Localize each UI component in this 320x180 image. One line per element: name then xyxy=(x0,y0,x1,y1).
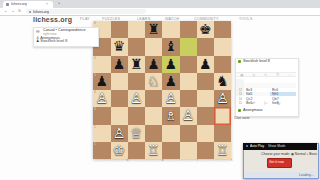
square-g3[interactable] xyxy=(197,107,214,124)
black-pawn-piece: ♟ xyxy=(145,56,162,73)
move-row: 15Be6fxe6 xyxy=(236,92,297,96)
square-e5[interactable]: ♟ xyxy=(162,73,179,90)
url-text: lichess.org xyxy=(33,10,49,14)
resign-button[interactable]: ⚐ xyxy=(264,100,268,106)
square-b8[interactable] xyxy=(111,21,128,38)
nav-tools[interactable]: TOOLS xyxy=(239,17,252,21)
square-f4[interactable] xyxy=(180,90,197,107)
square-c8[interactable] xyxy=(128,21,145,38)
reload-icon[interactable]: ↻ xyxy=(18,9,21,13)
tab-title: lichess.org xyxy=(11,2,27,6)
square-d1[interactable]: ♖d xyxy=(145,142,162,159)
coord-file-h: h xyxy=(231,158,233,161)
white-pawn-piece: ♙ xyxy=(162,90,179,107)
square-b7[interactable]: ♛ xyxy=(111,38,128,55)
white-rook-piece: ♖ xyxy=(214,142,231,159)
board-icon[interactable]: ▦ xyxy=(240,73,243,77)
more-icon[interactable]: ⋯ xyxy=(289,73,292,77)
square-f7[interactable] xyxy=(180,38,197,55)
square-c5[interactable] xyxy=(128,73,145,90)
white-king-piece: ♔ xyxy=(111,142,128,159)
coord-rank-3: 3 xyxy=(94,107,96,110)
black-rook-piece: ♜ xyxy=(128,56,145,73)
move-list: 12Be3Rc613Nd5Nh514Qc2Qb715Be6fxe6 xyxy=(236,79,297,96)
square-f6[interactable] xyxy=(180,56,197,73)
square-f2[interactable] xyxy=(180,125,197,142)
takeback-button[interactable]: ↶ xyxy=(252,100,256,106)
popup-title-left: Auto Play xyxy=(250,144,264,148)
square-f8[interactable] xyxy=(180,21,197,38)
game-controls: ↶⚐↻ xyxy=(236,100,297,107)
square-d2[interactable] xyxy=(145,125,162,142)
coord-rank-1: 1 xyxy=(94,142,96,145)
black-knight-piece: ♞ xyxy=(214,73,231,90)
square-e6[interactable]: ♟ xyxy=(162,56,179,73)
white-pawn-piece: ♙ xyxy=(180,107,197,124)
white-pawn-piece: ♙ xyxy=(93,90,110,107)
nav-play[interactable]: PLAY xyxy=(80,17,90,21)
white-queen-piece: ♕ xyxy=(128,125,145,142)
moves-header: ▦◷✎☰⋯ xyxy=(236,72,297,77)
square-e4[interactable]: ♙ xyxy=(162,90,179,107)
online-dot xyxy=(238,60,241,63)
popup-mode-radios[interactable]: Choose your mode: ◉ Normal ○ Basic xyxy=(261,152,298,156)
tab-favicon-icon xyxy=(6,3,9,6)
square-h6[interactable] xyxy=(214,56,231,73)
square-a6[interactable]: 6 xyxy=(93,56,110,73)
online-dot xyxy=(238,109,241,112)
square-c3[interactable] xyxy=(128,107,145,124)
game-meta-time: right now xyxy=(43,32,56,36)
square-e8[interactable] xyxy=(162,21,179,38)
square-d4[interactable] xyxy=(145,90,162,107)
black-pawn-piece: ♟ xyxy=(93,73,110,90)
forward-icon[interactable]: → xyxy=(11,9,15,13)
square-b6[interactable]: ♟ xyxy=(111,56,128,73)
square-h8[interactable] xyxy=(214,21,231,38)
square-g7[interactable] xyxy=(197,38,214,55)
square-h3[interactable] xyxy=(214,107,231,124)
square-g4[interactable] xyxy=(197,90,214,107)
square-e1[interactable]: e xyxy=(162,142,179,159)
lock-icon xyxy=(29,11,31,13)
square-h1[interactable]: ♖h xyxy=(214,142,231,159)
back-icon[interactable]: ← xyxy=(4,9,8,13)
square-b5[interactable] xyxy=(111,73,128,90)
square-c2[interactable]: ♕ xyxy=(128,125,145,142)
square-f5[interactable] xyxy=(180,73,197,90)
lichess-logo[interactable]: lichess.org xyxy=(33,16,72,23)
square-a2[interactable]: 2 xyxy=(93,125,110,142)
square-d6[interactable]: ♟ xyxy=(145,56,162,73)
coord-rank-2: 2 xyxy=(94,125,96,128)
coord-rank-6: 6 xyxy=(94,56,96,59)
square-h5[interactable]: ♞ xyxy=(214,73,231,90)
square-b2[interactable]: ♙ xyxy=(111,125,128,142)
square-e3[interactable]: ♗ xyxy=(162,107,179,124)
popup-status-text: Loading... xyxy=(299,173,313,177)
meta-black-player: ♟ Stockfish level 8 xyxy=(36,39,67,43)
white-pawn-piece: ♙ xyxy=(128,90,145,107)
white-bishop-piece: ♗ xyxy=(162,107,179,124)
square-e2[interactable] xyxy=(162,125,179,142)
chat-room-label: Chat room xyxy=(234,116,249,120)
black-pawn-piece: ♟ xyxy=(111,56,128,73)
square-d7[interactable] xyxy=(145,38,162,55)
menu-icon[interactable]: ☰ xyxy=(276,73,279,77)
square-a3[interactable]: 3 xyxy=(93,107,110,124)
coord-rank-8: 8 xyxy=(94,21,96,24)
popup-app-icon xyxy=(246,145,249,148)
top-player-name[interactable]: Stockfish level 8 xyxy=(243,59,270,63)
black-rook-piece: ♜ xyxy=(145,21,162,38)
square-f1[interactable]: f xyxy=(180,142,197,159)
square-b4[interactable] xyxy=(111,90,128,107)
white-pawn-piece: ♙ xyxy=(214,90,231,107)
black-king-piece: ♚ xyxy=(197,21,214,38)
white-knight-piece: ♘ xyxy=(145,73,162,90)
square-h4[interactable]: ♙ xyxy=(214,90,231,107)
square-a5[interactable]: ♟5 xyxy=(93,73,110,90)
square-d5[interactable]: ♘ xyxy=(145,73,162,90)
coord-rank-5: 5 xyxy=(94,73,96,76)
new-tab-button[interactable]: + xyxy=(58,1,60,5)
black-pawn-piece: ♟ xyxy=(162,56,179,73)
black-pawn-piece: ♟ xyxy=(197,56,214,73)
square-g2[interactable] xyxy=(197,125,214,142)
square-c6[interactable]: ♜ xyxy=(128,56,145,73)
correspondence-icon: ∞ xyxy=(36,28,40,34)
square-h2[interactable] xyxy=(214,125,231,142)
square-c1[interactable]: c xyxy=(128,142,145,159)
tab-close-icon[interactable]: × xyxy=(46,2,48,6)
edit-icon[interactable]: ✎ xyxy=(264,73,267,77)
square-g5[interactable] xyxy=(197,73,214,90)
black-bishop-piece: ♝ xyxy=(162,38,179,55)
popup-title-right: Show Mode xyxy=(268,144,285,148)
square-a1[interactable]: a1 xyxy=(93,142,110,159)
black-queen-piece: ♛ xyxy=(111,38,128,55)
square-h7[interactable] xyxy=(214,38,231,55)
coord-rank-4: 4 xyxy=(94,90,96,93)
square-g1[interactable]: g xyxy=(197,142,214,159)
square-c7[interactable] xyxy=(128,38,145,55)
rematch-button[interactable]: ↻ xyxy=(276,100,280,106)
popup-action-label: Get it now xyxy=(269,160,284,164)
chess-board: 8♜♚7♛♝6♟♜♟♟♟♟5♘♟♞♙4♙♙♙3♗♙2♙♕a1♔bc♖defg♖h xyxy=(93,21,231,159)
black-pawn-piece: ♟ xyxy=(162,73,179,90)
bottom-player-name[interactable]: Anonymous xyxy=(243,108,263,112)
square-f3[interactable]: ♙ xyxy=(180,107,197,124)
square-g8[interactable]: ♚ xyxy=(197,21,214,38)
square-c4[interactable]: ♙ xyxy=(128,90,145,107)
white-rook-piece: ♖ xyxy=(145,142,162,159)
square-a4[interactable]: ♙4 xyxy=(93,90,110,107)
square-g6[interactable]: ♟ xyxy=(197,56,214,73)
square-d8[interactable]: ♜ xyxy=(145,21,162,38)
white-pawn-piece: ♙ xyxy=(111,125,128,142)
clock-icon[interactable]: ◷ xyxy=(252,73,255,77)
square-b3[interactable] xyxy=(111,107,128,124)
square-e7[interactable]: ♝ xyxy=(162,38,179,55)
square-b1[interactable]: ♔b xyxy=(111,142,128,159)
square-d3[interactable] xyxy=(145,107,162,124)
